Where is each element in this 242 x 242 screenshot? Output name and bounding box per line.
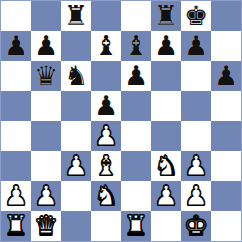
black-bishop[interactable]: ♝ (124, 32, 148, 59)
black-pawn[interactable]: ♟ (184, 32, 208, 59)
square-d5[interactable]: ♟ (91, 91, 121, 121)
square-d7[interactable]: ♝ (91, 31, 121, 61)
square-d6[interactable] (91, 61, 121, 91)
square-g8[interactable]: ♚ (181, 1, 211, 31)
square-a7[interactable]: ♟ (1, 31, 31, 61)
square-g5[interactable] (181, 91, 211, 121)
black-pawn[interactable]: ♟ (4, 32, 28, 59)
square-h7[interactable] (211, 31, 241, 61)
square-b4[interactable] (31, 121, 61, 151)
square-c2[interactable] (61, 181, 91, 211)
white-pawn[interactable]: ♟ (184, 152, 208, 179)
square-b3[interactable] (31, 151, 61, 181)
white-pawn[interactable]: ♟ (4, 182, 28, 209)
square-d2[interactable]: ♞ (91, 181, 121, 211)
square-h3[interactable] (211, 151, 241, 181)
white-queen[interactable]: ♛ (34, 212, 58, 239)
square-c3[interactable]: ♟ (61, 151, 91, 181)
square-g1[interactable]: ♚ (181, 211, 211, 241)
square-h2[interactable] (211, 181, 241, 211)
black-pawn[interactable]: ♟ (124, 62, 148, 89)
square-h1[interactable] (211, 211, 241, 241)
square-c5[interactable] (61, 91, 91, 121)
square-f4[interactable] (151, 121, 181, 151)
square-h6[interactable]: ♟ (211, 61, 241, 91)
square-f1[interactable] (151, 211, 181, 241)
square-e7[interactable]: ♝ (121, 31, 151, 61)
black-rook[interactable]: ♜ (64, 2, 88, 29)
square-f8[interactable]: ♜ (151, 1, 181, 31)
square-h8[interactable] (211, 1, 241, 31)
square-f3[interactable]: ♞ (151, 151, 181, 181)
white-pawn[interactable]: ♟ (184, 182, 208, 209)
square-d4[interactable]: ♟ (91, 121, 121, 151)
square-a1[interactable]: ♜ (1, 211, 31, 241)
square-d8[interactable] (91, 1, 121, 31)
square-a4[interactable] (1, 121, 31, 151)
white-rook[interactable]: ♜ (124, 212, 148, 239)
square-a5[interactable] (1, 91, 31, 121)
square-b8[interactable] (31, 1, 61, 31)
white-knight[interactable]: ♞ (94, 182, 118, 209)
square-e6[interactable]: ♟ (121, 61, 151, 91)
square-b7[interactable]: ♟ (31, 31, 61, 61)
white-pawn[interactable]: ♟ (94, 122, 118, 149)
black-rook[interactable]: ♜ (154, 2, 178, 29)
square-a8[interactable] (1, 1, 31, 31)
square-e5[interactable] (121, 91, 151, 121)
square-b5[interactable] (31, 91, 61, 121)
white-knight[interactable]: ♞ (154, 152, 178, 179)
black-pawn[interactable]: ♟ (94, 92, 118, 119)
square-b2[interactable]: ♟ (31, 181, 61, 211)
square-c6[interactable]: ♞ (61, 61, 91, 91)
square-e1[interactable]: ♜ (121, 211, 151, 241)
square-g4[interactable] (181, 121, 211, 151)
chess-board: ♜♜♚♟♟♝♝♟♟♛♞♟♟♟♟♟♝♞♟♟♟♞♟♟♜♛♜♚ (0, 0, 242, 242)
square-a3[interactable] (1, 151, 31, 181)
square-g3[interactable]: ♟ (181, 151, 211, 181)
white-rook[interactable]: ♜ (4, 212, 28, 239)
square-h4[interactable] (211, 121, 241, 151)
square-f2[interactable]: ♟ (151, 181, 181, 211)
white-bishop[interactable]: ♝ (94, 152, 118, 179)
square-c8[interactable]: ♜ (61, 1, 91, 31)
black-queen[interactable]: ♛ (34, 62, 58, 89)
square-b1[interactable]: ♛ (31, 211, 61, 241)
white-pawn[interactable]: ♟ (154, 182, 178, 209)
white-pawn[interactable]: ♟ (34, 182, 58, 209)
square-c1[interactable] (61, 211, 91, 241)
square-g6[interactable] (181, 61, 211, 91)
white-pawn[interactable]: ♟ (64, 152, 88, 179)
square-e8[interactable] (121, 1, 151, 31)
square-c7[interactable] (61, 31, 91, 61)
square-a6[interactable] (1, 61, 31, 91)
square-a2[interactable]: ♟ (1, 181, 31, 211)
square-c4[interactable] (61, 121, 91, 151)
black-pawn[interactable]: ♟ (214, 62, 238, 89)
black-pawn[interactable]: ♟ (34, 32, 58, 59)
square-f6[interactable] (151, 61, 181, 91)
black-king[interactable]: ♚ (184, 2, 208, 29)
black-pawn[interactable]: ♟ (154, 32, 178, 59)
square-e3[interactable] (121, 151, 151, 181)
white-king[interactable]: ♚ (184, 212, 208, 239)
square-g7[interactable]: ♟ (181, 31, 211, 61)
square-f7[interactable]: ♟ (151, 31, 181, 61)
black-knight[interactable]: ♞ (64, 62, 88, 89)
square-g2[interactable]: ♟ (181, 181, 211, 211)
square-f5[interactable] (151, 91, 181, 121)
square-d3[interactable]: ♝ (91, 151, 121, 181)
square-b6[interactable]: ♛ (31, 61, 61, 91)
square-e2[interactable] (121, 181, 151, 211)
square-h5[interactable] (211, 91, 241, 121)
square-d1[interactable] (91, 211, 121, 241)
square-e4[interactable] (121, 121, 151, 151)
black-bishop[interactable]: ♝ (94, 32, 118, 59)
